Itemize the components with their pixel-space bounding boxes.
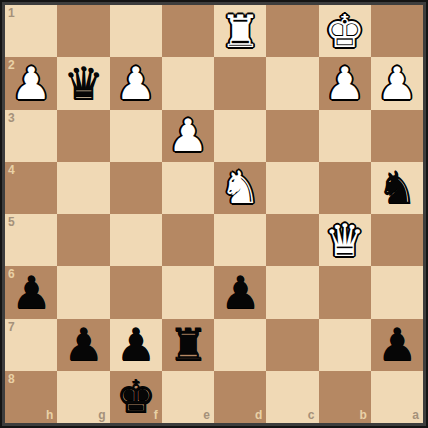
chess-board-frame-inner: 1♜♚2♟♛♟♟♟3♟4♞♞5♛6♟♟7♟♟♜♟8hgf♚edcba (2, 2, 426, 426)
square-h7[interactable]: 7 (5, 319, 57, 371)
square-d5[interactable] (214, 214, 266, 266)
square-b3[interactable] (319, 110, 371, 162)
square-f5[interactable] (110, 214, 162, 266)
square-g3[interactable] (57, 110, 109, 162)
rank-label-3: 3 (8, 112, 15, 124)
square-c5[interactable] (266, 214, 318, 266)
rank-label-7: 7 (8, 321, 15, 333)
white-rook[interactable]: ♜ (214, 5, 266, 57)
white-king[interactable]: ♚ (319, 5, 371, 57)
square-c6[interactable] (266, 266, 318, 318)
rank-label-8: 8 (8, 373, 15, 385)
square-a4[interactable]: ♞ (371, 162, 423, 214)
square-e3[interactable]: ♟ (162, 110, 214, 162)
black-pawn[interactable]: ♟ (371, 319, 423, 371)
file-label-e: e (203, 409, 210, 421)
square-h6[interactable]: 6♟ (5, 266, 57, 318)
file-label-d: d (255, 409, 262, 421)
file-label-a: a (412, 409, 419, 421)
square-a2[interactable]: ♟ (371, 57, 423, 109)
square-c4[interactable] (266, 162, 318, 214)
square-a8[interactable]: a (371, 371, 423, 423)
square-c7[interactable] (266, 319, 318, 371)
square-b6[interactable] (319, 266, 371, 318)
black-queen[interactable]: ♛ (57, 57, 109, 109)
square-d1[interactable]: ♜ (214, 5, 266, 57)
square-b4[interactable] (319, 162, 371, 214)
square-f3[interactable] (110, 110, 162, 162)
black-rook[interactable]: ♜ (162, 319, 214, 371)
square-h4[interactable]: 4 (5, 162, 57, 214)
square-d6[interactable]: ♟ (214, 266, 266, 318)
square-f7[interactable]: ♟ (110, 319, 162, 371)
white-pawn[interactable]: ♟ (371, 57, 423, 109)
square-g6[interactable] (57, 266, 109, 318)
black-king[interactable]: ♚ (110, 371, 162, 423)
white-pawn[interactable]: ♟ (319, 57, 371, 109)
black-knight[interactable]: ♞ (371, 162, 423, 214)
square-d3[interactable] (214, 110, 266, 162)
square-a7[interactable]: ♟ (371, 319, 423, 371)
square-g8[interactable]: g (57, 371, 109, 423)
square-c8[interactable]: c (266, 371, 318, 423)
square-g2[interactable]: ♛ (57, 57, 109, 109)
white-pawn[interactable]: ♟ (162, 110, 214, 162)
square-b2[interactable]: ♟ (319, 57, 371, 109)
square-f4[interactable] (110, 162, 162, 214)
white-knight[interactable]: ♞ (214, 162, 266, 214)
square-e4[interactable] (162, 162, 214, 214)
rank-label-1: 1 (8, 7, 15, 19)
square-f2[interactable]: ♟ (110, 57, 162, 109)
square-g4[interactable] (57, 162, 109, 214)
black-pawn[interactable]: ♟ (5, 266, 57, 318)
square-h8[interactable]: 8h (5, 371, 57, 423)
square-e2[interactable] (162, 57, 214, 109)
square-g1[interactable] (57, 5, 109, 57)
file-label-c: c (308, 409, 315, 421)
square-a1[interactable] (371, 5, 423, 57)
square-c1[interactable] (266, 5, 318, 57)
square-e5[interactable] (162, 214, 214, 266)
square-c3[interactable] (266, 110, 318, 162)
square-d7[interactable] (214, 319, 266, 371)
square-f6[interactable] (110, 266, 162, 318)
square-g7[interactable]: ♟ (57, 319, 109, 371)
square-d2[interactable] (214, 57, 266, 109)
square-f8[interactable]: f♚ (110, 371, 162, 423)
square-h3[interactable]: 3 (5, 110, 57, 162)
square-g5[interactable] (57, 214, 109, 266)
file-label-b: b (359, 409, 366, 421)
white-queen[interactable]: ♛ (319, 214, 371, 266)
rank-label-4: 4 (8, 164, 15, 176)
square-a6[interactable] (371, 266, 423, 318)
square-a5[interactable] (371, 214, 423, 266)
white-pawn[interactable]: ♟ (110, 57, 162, 109)
chess-board-frame: 1♜♚2♟♛♟♟♟3♟4♞♞5♛6♟♟7♟♟♜♟8hgf♚edcba (0, 0, 428, 428)
square-a3[interactable] (371, 110, 423, 162)
square-d8[interactable]: d (214, 371, 266, 423)
square-c2[interactable] (266, 57, 318, 109)
square-e8[interactable]: e (162, 371, 214, 423)
white-pawn[interactable]: ♟ (5, 57, 57, 109)
square-d4[interactable]: ♞ (214, 162, 266, 214)
chess-board: 1♜♚2♟♛♟♟♟3♟4♞♞5♛6♟♟7♟♟♜♟8hgf♚edcba (5, 5, 423, 423)
square-b7[interactable] (319, 319, 371, 371)
square-b1[interactable]: ♚ (319, 5, 371, 57)
square-h1[interactable]: 1 (5, 5, 57, 57)
square-e6[interactable] (162, 266, 214, 318)
black-pawn[interactable]: ♟ (214, 266, 266, 318)
black-pawn[interactable]: ♟ (110, 319, 162, 371)
rank-label-5: 5 (8, 216, 15, 228)
black-pawn[interactable]: ♟ (57, 319, 109, 371)
square-f1[interactable] (110, 5, 162, 57)
square-b5[interactable]: ♛ (319, 214, 371, 266)
square-h5[interactable]: 5 (5, 214, 57, 266)
file-label-h: h (46, 409, 53, 421)
square-b8[interactable]: b (319, 371, 371, 423)
file-label-g: g (98, 409, 105, 421)
square-e1[interactable] (162, 5, 214, 57)
square-e7[interactable]: ♜ (162, 319, 214, 371)
square-h2[interactable]: 2♟ (5, 57, 57, 109)
